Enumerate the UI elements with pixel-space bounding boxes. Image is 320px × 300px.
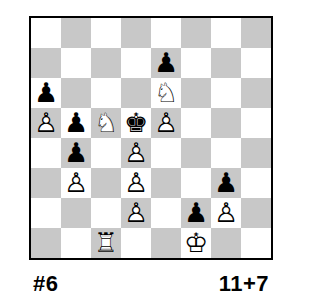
square-e8[interactable] — [151, 18, 181, 48]
chess-board: ♟♟♞♟♟♞♚♟♟♟♟♟♟♟♟♟♜♚ — [29, 16, 273, 260]
stipulation-label: #6 — [33, 273, 58, 295]
square-g2[interactable]: ♟ — [211, 198, 241, 228]
square-c3[interactable] — [91, 168, 121, 198]
square-c4[interactable] — [91, 138, 121, 168]
square-h3[interactable] — [241, 168, 271, 198]
square-f3[interactable] — [181, 168, 211, 198]
square-c7[interactable] — [91, 48, 121, 78]
square-g3[interactable]: ♟ — [211, 168, 241, 198]
square-b2[interactable] — [61, 198, 91, 228]
square-f2[interactable]: ♟ — [181, 198, 211, 228]
square-a3[interactable] — [31, 168, 61, 198]
square-f6[interactable] — [181, 78, 211, 108]
square-g1[interactable] — [211, 228, 241, 258]
white-pawn: ♟ — [124, 198, 148, 228]
square-h7[interactable] — [241, 48, 271, 78]
square-d7[interactable] — [121, 48, 151, 78]
white-knight: ♞ — [154, 78, 178, 108]
square-a2[interactable] — [31, 198, 61, 228]
square-h5[interactable] — [241, 108, 271, 138]
square-h2[interactable] — [241, 198, 271, 228]
black-pawn: ♟ — [64, 138, 88, 168]
square-b3[interactable]: ♟ — [61, 168, 91, 198]
square-h8[interactable] — [241, 18, 271, 48]
square-a1[interactable] — [31, 228, 61, 258]
square-h6[interactable] — [241, 78, 271, 108]
square-g4[interactable] — [211, 138, 241, 168]
square-e3[interactable] — [151, 168, 181, 198]
caption-row: #6 11+7 — [33, 273, 269, 295]
square-f4[interactable] — [181, 138, 211, 168]
square-e5[interactable]: ♟ — [151, 108, 181, 138]
square-a6[interactable]: ♟ — [31, 78, 61, 108]
square-b1[interactable] — [61, 228, 91, 258]
square-d3[interactable]: ♟ — [121, 168, 151, 198]
square-h1[interactable] — [241, 228, 271, 258]
material-count-label: 11+7 — [219, 273, 269, 295]
square-e4[interactable] — [151, 138, 181, 168]
square-c2[interactable] — [91, 198, 121, 228]
white-king: ♚ — [184, 228, 208, 258]
square-e7[interactable]: ♟ — [151, 48, 181, 78]
black-king: ♚ — [124, 108, 148, 138]
square-e6[interactable]: ♞ — [151, 78, 181, 108]
square-d8[interactable] — [121, 18, 151, 48]
white-knight: ♞ — [94, 108, 118, 138]
square-g6[interactable] — [211, 78, 241, 108]
square-g5[interactable] — [211, 108, 241, 138]
square-a5[interactable]: ♟ — [31, 108, 61, 138]
square-d4[interactable]: ♟ — [121, 138, 151, 168]
square-b4[interactable]: ♟ — [61, 138, 91, 168]
square-e1[interactable] — [151, 228, 181, 258]
white-pawn: ♟ — [214, 198, 238, 228]
white-rook: ♜ — [94, 228, 118, 258]
square-a4[interactable] — [31, 138, 61, 168]
square-b5[interactable]: ♟ — [61, 108, 91, 138]
square-b7[interactable] — [61, 48, 91, 78]
white-pawn: ♟ — [64, 168, 88, 198]
square-d6[interactable] — [121, 78, 151, 108]
square-a7[interactable] — [31, 48, 61, 78]
square-g7[interactable] — [211, 48, 241, 78]
square-f7[interactable] — [181, 48, 211, 78]
white-pawn: ♟ — [34, 108, 58, 138]
square-b8[interactable] — [61, 18, 91, 48]
white-pawn: ♟ — [154, 108, 178, 138]
white-pawn: ♟ — [124, 168, 148, 198]
square-b6[interactable] — [61, 78, 91, 108]
square-f8[interactable] — [181, 18, 211, 48]
black-pawn: ♟ — [214, 168, 238, 198]
square-f5[interactable] — [181, 108, 211, 138]
black-pawn: ♟ — [34, 78, 58, 108]
square-d5[interactable]: ♚ — [121, 108, 151, 138]
square-g8[interactable] — [211, 18, 241, 48]
square-d1[interactable] — [121, 228, 151, 258]
square-c1[interactable]: ♜ — [91, 228, 121, 258]
black-pawn: ♟ — [64, 108, 88, 138]
square-c6[interactable] — [91, 78, 121, 108]
square-a8[interactable] — [31, 18, 61, 48]
square-h4[interactable] — [241, 138, 271, 168]
square-c5[interactable]: ♞ — [91, 108, 121, 138]
square-c8[interactable] — [91, 18, 121, 48]
square-d2[interactable]: ♟ — [121, 198, 151, 228]
black-pawn: ♟ — [184, 198, 208, 228]
black-pawn: ♟ — [154, 48, 178, 78]
square-f1[interactable]: ♚ — [181, 228, 211, 258]
white-pawn: ♟ — [124, 138, 148, 168]
square-e2[interactable] — [151, 198, 181, 228]
